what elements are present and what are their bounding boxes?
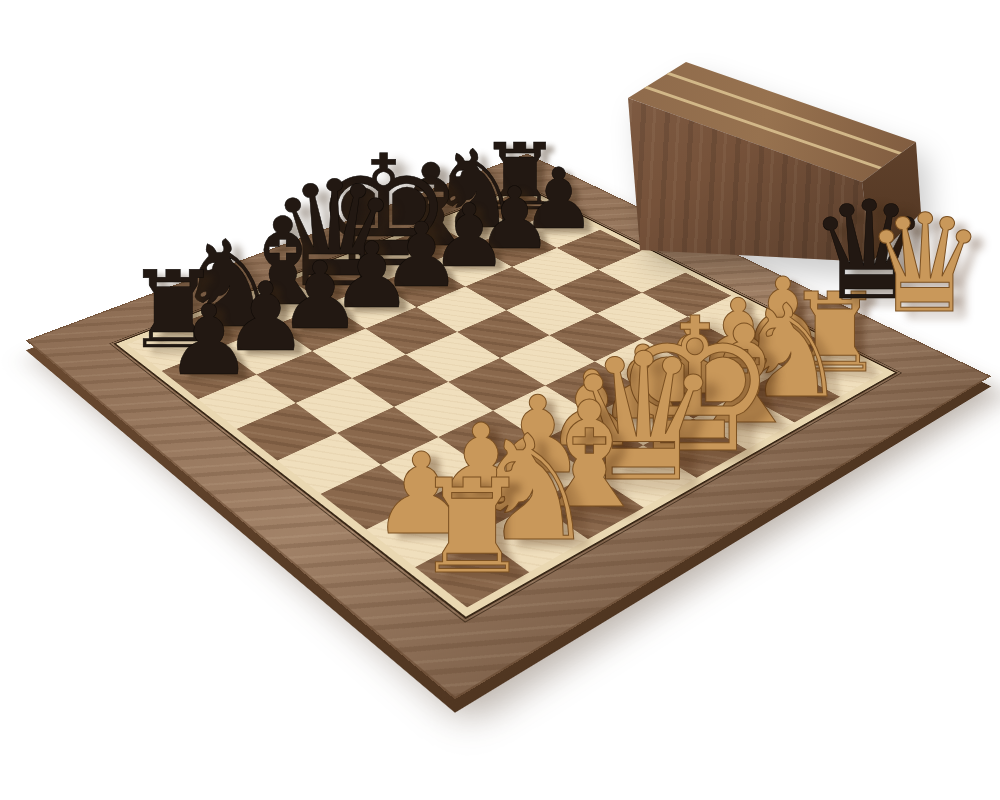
- product-photo-scene: ♜♞♟♝♟♚♟♛♟♝♟♞♟♟♜♟♟♜♟♟♞♟♝♟♚♟♛♟♝♟♞♜ ♛♛: [0, 0, 1000, 800]
- spare-white-queen[interactable]: ♛: [864, 196, 986, 332]
- spare-queens-layer: ♛♛: [0, 0, 1000, 800]
